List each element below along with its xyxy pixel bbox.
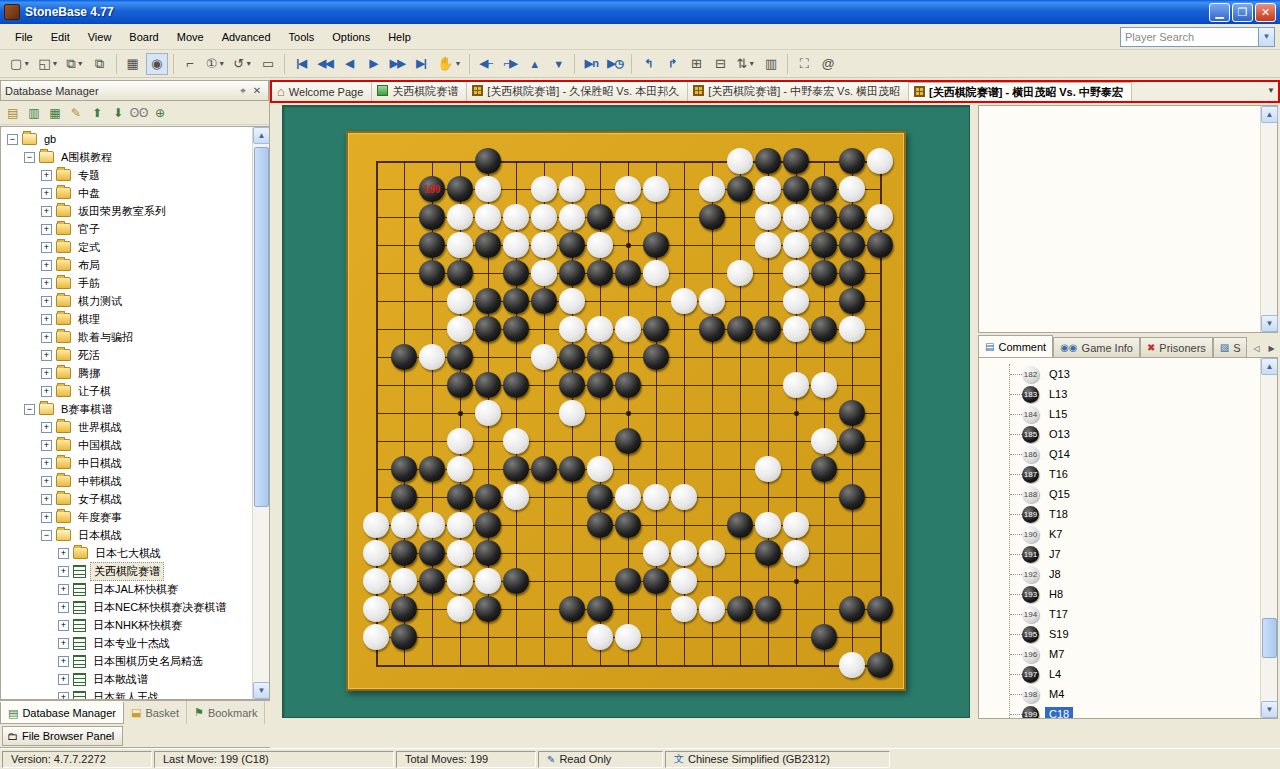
- white-stone-B6[interactable]: [391, 512, 417, 538]
- move-coordinate[interactable]: S19: [1045, 627, 1073, 641]
- white-stone-G17[interactable]: [531, 204, 557, 230]
- white-stone-P8[interactable]: [755, 456, 781, 482]
- move-list-item[interactable]: 197L4: [1010, 664, 1074, 684]
- tree-scrollbar[interactable]: ▲ ▼: [252, 127, 269, 699]
- black-stone-O3[interactable]: [727, 596, 753, 622]
- export-button[interactable]: ⬇: [108, 103, 128, 123]
- white-stone-E18[interactable]: [475, 176, 501, 202]
- black-stone-J15[interactable]: [587, 260, 613, 286]
- white-stone-Q14[interactable]: [783, 288, 809, 314]
- search-button[interactable]: ʘʘ: [129, 103, 149, 123]
- move-list-item[interactable]: 187T16: [1010, 464, 1074, 484]
- black-stone-N17[interactable]: [699, 204, 725, 230]
- black-stone-H12[interactable]: [559, 344, 585, 370]
- black-stone-O13[interactable]: [727, 316, 753, 342]
- white-stone-D13[interactable]: [447, 316, 473, 342]
- black-stone-T3[interactable]: [867, 596, 893, 622]
- expand-icon[interactable]: +: [41, 494, 52, 505]
- black-stone-D18[interactable]: [447, 176, 473, 202]
- move-list-item[interactable]: 196M7: [1010, 644, 1074, 664]
- sort-button[interactable]: ⇅▼: [733, 53, 758, 75]
- right-tab-prisoners[interactable]: ✖Prisoners: [1140, 337, 1213, 357]
- white-stone-Q6[interactable]: [783, 512, 809, 538]
- expand-icon[interactable]: +: [58, 692, 69, 701]
- tree-item[interactable]: +定式: [1, 238, 269, 256]
- tree-item[interactable]: +年度赛事: [1, 508, 269, 526]
- white-stone-D17[interactable]: [447, 204, 473, 230]
- white-stone-M3[interactable]: [671, 596, 697, 622]
- black-stone-E13[interactable]: [475, 316, 501, 342]
- white-stone-S18[interactable]: [839, 176, 865, 202]
- down-variation-button[interactable]: ▼: [547, 53, 569, 75]
- expand-icon[interactable]: +: [41, 512, 52, 523]
- first-move-button[interactable]: |◀: [290, 53, 312, 75]
- black-stone-C15[interactable]: [419, 260, 445, 286]
- menu-move[interactable]: Move: [168, 27, 213, 47]
- movelist-scrollbar[interactable]: ▲ ▼: [1260, 358, 1277, 718]
- scroll-down-icon[interactable]: ▼: [253, 682, 270, 699]
- copy-board-button[interactable]: ⧉: [89, 53, 111, 75]
- document-tab-2[interactable]: 关西棋院赛谱: [372, 82, 467, 101]
- tree-item[interactable]: +日本JAL杯快棋赛: [1, 580, 269, 598]
- tree-item-label[interactable]: 手筋: [75, 275, 103, 292]
- tree-item[interactable]: +日本新人王战: [1, 688, 269, 700]
- tree-item-label[interactable]: 日本七大棋战: [92, 545, 164, 562]
- white-stone-L15[interactable]: [643, 260, 669, 286]
- black-stone-L4[interactable]: [643, 568, 669, 594]
- tree-item[interactable]: +中日棋战: [1, 454, 269, 472]
- white-stone-K13[interactable]: [615, 316, 641, 342]
- black-stone-K6[interactable]: [615, 512, 641, 538]
- white-stone-Q17[interactable]: [783, 204, 809, 230]
- scroll-tabs-left-icon[interactable]: ◁: [1250, 341, 1263, 357]
- tree-item[interactable]: +专题: [1, 166, 269, 184]
- black-stone-E7[interactable]: [475, 484, 501, 510]
- open-file-button[interactable]: ◱▼: [35, 53, 61, 75]
- black-stone-L13[interactable]: [643, 316, 669, 342]
- menu-advanced[interactable]: Advanced: [213, 27, 280, 47]
- expand-icon[interactable]: +: [41, 476, 52, 487]
- tree-item-label[interactable]: 腾挪: [75, 365, 103, 382]
- black-stone-S17[interactable]: [839, 204, 865, 230]
- menu-options[interactable]: Options: [323, 27, 379, 47]
- tree-item-label[interactable]: B赛事棋谱: [58, 401, 115, 418]
- chevron-down-icon[interactable]: ▼: [1258, 28, 1274, 46]
- crop-frame-button[interactable]: ▭: [257, 53, 279, 75]
- expand-icon[interactable]: +: [41, 188, 52, 199]
- black-stone-S7[interactable]: [839, 484, 865, 510]
- tree-item-label[interactable]: 关西棋院赛谱: [90, 562, 164, 581]
- white-stone-J16[interactable]: [587, 232, 613, 258]
- snapshot-button[interactable]: ⛶: [793, 53, 815, 75]
- expand-icon[interactable]: +: [41, 224, 52, 235]
- black-stone-J12[interactable]: [587, 344, 613, 370]
- black-stone-H16[interactable]: [559, 232, 585, 258]
- tree-layout-button[interactable]: ⊟: [709, 53, 731, 75]
- tree-item-label[interactable]: 坂田荣男教室系列: [75, 203, 169, 220]
- tree-item[interactable]: +欺着与骗招: [1, 328, 269, 346]
- black-stone-B7[interactable]: [391, 484, 417, 510]
- expand-icon[interactable]: +: [58, 638, 69, 649]
- white-stone-A5[interactable]: [363, 540, 389, 566]
- tree-item[interactable]: −B赛事棋谱: [1, 400, 269, 418]
- tree-item[interactable]: +日本散战谱: [1, 670, 269, 688]
- white-stone-K17[interactable]: [615, 204, 641, 230]
- black-stone-G8[interactable]: [531, 456, 557, 482]
- tree-item[interactable]: +日本NHK杯快棋赛: [1, 616, 269, 634]
- document-tab-4[interactable]: [关西棋院赛谱] - 中野泰宏 Vs. 横田茂昭: [688, 82, 909, 101]
- tree-item-label[interactable]: 欺着与骗招: [75, 329, 136, 346]
- black-stone-G14[interactable]: [531, 288, 557, 314]
- move-list-item[interactable]: 192J8: [1010, 564, 1074, 584]
- minimize-button[interactable]: ▁: [1209, 3, 1230, 22]
- white-stone-D6[interactable]: [447, 512, 473, 538]
- white-stone-M7[interactable]: [671, 484, 697, 510]
- move-coordinate[interactable]: L4: [1045, 667, 1065, 681]
- move-coordinate[interactable]: J7: [1045, 547, 1065, 561]
- prev-branch-button[interactable]: ◀⌐: [475, 53, 497, 75]
- tree-item-label[interactable]: 让子棋: [75, 383, 114, 400]
- white-stone-Q16[interactable]: [783, 232, 809, 258]
- black-stone-R8[interactable]: [811, 456, 837, 482]
- expand-icon[interactable]: +: [58, 620, 69, 631]
- black-stone-J7[interactable]: [587, 484, 613, 510]
- white-stone-R9[interactable]: [811, 428, 837, 454]
- white-stone-F16[interactable]: [503, 232, 529, 258]
- black-stone-J6[interactable]: [587, 512, 613, 538]
- next-branch-button[interactable]: ⌐▶: [499, 53, 521, 75]
- expand-icon[interactable]: +: [41, 314, 52, 325]
- scroll-up-icon[interactable]: ▲: [1261, 358, 1278, 375]
- expand-icon[interactable]: +: [41, 332, 52, 343]
- move-list-item[interactable]: 194T17: [1010, 604, 1074, 624]
- white-stone-C12[interactable]: [419, 344, 445, 370]
- pin-icon[interactable]: ⌖: [236, 85, 250, 97]
- white-stone-E17[interactable]: [475, 204, 501, 230]
- tree-item-label[interactable]: 日本散战谱: [90, 671, 151, 688]
- expand-icon[interactable]: +: [58, 674, 69, 685]
- move-list-item[interactable]: 182Q13: [1010, 364, 1074, 384]
- white-stone-M14[interactable]: [671, 288, 697, 314]
- tree-item[interactable]: +日本七大棋战: [1, 544, 269, 562]
- collapse-icon[interactable]: −: [41, 530, 52, 541]
- tree-item-label[interactable]: 日本专业十杰战: [90, 635, 173, 652]
- black-stone-L12[interactable]: [643, 344, 669, 370]
- move-coordinate[interactable]: Q13: [1045, 367, 1074, 381]
- black-stone-Q18[interactable]: [783, 176, 809, 202]
- tree-item[interactable]: +日本专业十杰战: [1, 634, 269, 652]
- tree-item[interactable]: +死活: [1, 346, 269, 364]
- tree-item[interactable]: +棋力测试: [1, 292, 269, 310]
- tree-item[interactable]: +布局: [1, 256, 269, 274]
- move-list-item[interactable]: 183L13: [1010, 384, 1074, 404]
- white-stone-N18[interactable]: [699, 176, 725, 202]
- white-stone-N14[interactable]: [699, 288, 725, 314]
- new-db-button[interactable]: ▤: [3, 103, 23, 123]
- black-stone-F15[interactable]: [503, 260, 529, 286]
- white-stone-G15[interactable]: [531, 260, 557, 286]
- white-stone-D8[interactable]: [447, 456, 473, 482]
- comment-area[interactable]: ▲ ▼: [978, 105, 1278, 333]
- menu-file[interactable]: File: [6, 27, 42, 47]
- white-stone-G12[interactable]: [531, 344, 557, 370]
- black-stone-F8[interactable]: [503, 456, 529, 482]
- tree-item[interactable]: +让子棋: [1, 382, 269, 400]
- back-10-button[interactable]: ◀◀: [314, 53, 336, 75]
- black-stone-K4[interactable]: [615, 568, 641, 594]
- white-stone-M4[interactable]: [671, 568, 697, 594]
- move-coordinate[interactable]: Q15: [1045, 487, 1074, 501]
- tree-item[interactable]: −日本棋战: [1, 526, 269, 544]
- white-stone-P18[interactable]: [755, 176, 781, 202]
- white-stone-P17[interactable]: [755, 204, 781, 230]
- move-coordinate[interactable]: T17: [1045, 607, 1072, 621]
- tree-item-label[interactable]: A围棋教程: [58, 149, 115, 166]
- white-stone-T17[interactable]: [867, 204, 893, 230]
- black-stone-T1[interactable]: [867, 652, 893, 678]
- expand-icon[interactable]: +: [41, 206, 52, 217]
- move-numbers-button[interactable]: ◉: [146, 53, 168, 75]
- white-stone-K2[interactable]: [615, 624, 641, 650]
- white-stone-A4[interactable]: [363, 568, 389, 594]
- white-stone-E4[interactable]: [475, 568, 501, 594]
- move-coordinate[interactable]: Q14: [1045, 447, 1074, 461]
- menu-edit[interactable]: Edit: [42, 27, 79, 47]
- expand-icon[interactable]: +: [41, 350, 52, 361]
- tree-item-label[interactable]: 中日棋战: [75, 455, 125, 472]
- white-stone-S1[interactable]: [839, 652, 865, 678]
- white-stone-R11[interactable]: [811, 372, 837, 398]
- add-game-button[interactable]: ▦: [45, 103, 65, 123]
- go-board[interactable]: 199: [346, 131, 906, 691]
- black-stone-E3[interactable]: [475, 596, 501, 622]
- expand-icon[interactable]: +: [41, 368, 52, 379]
- black-stone-C16[interactable]: [419, 232, 445, 258]
- expand-icon[interactable]: +: [41, 242, 52, 253]
- black-stone-C17[interactable]: [419, 204, 445, 230]
- tree-item[interactable]: +棋理: [1, 310, 269, 328]
- move-list-item[interactable]: 191J7: [1010, 544, 1074, 564]
- tree-item-label[interactable]: 中国棋战: [75, 437, 125, 454]
- tree-item-label[interactable]: 年度赛事: [75, 509, 125, 526]
- number-display-button[interactable]: ①▼: [203, 53, 229, 75]
- black-stone-E19[interactable]: [475, 148, 501, 174]
- white-stone-O19[interactable]: [727, 148, 753, 174]
- white-stone-C6[interactable]: [419, 512, 445, 538]
- black-stone-H11[interactable]: [559, 372, 585, 398]
- black-stone-O18[interactable]: [727, 176, 753, 202]
- tree-item-label[interactable]: 中韩棋战: [75, 473, 125, 490]
- play-n-button[interactable]: ▶n: [580, 53, 602, 75]
- collapse-icon[interactable]: −: [24, 404, 35, 415]
- expand-icon[interactable]: +: [41, 170, 52, 181]
- white-stone-H10[interactable]: [559, 400, 585, 426]
- forward-1-button[interactable]: ▶: [362, 53, 384, 75]
- white-stone-L5[interactable]: [643, 540, 669, 566]
- white-stone-J8[interactable]: [587, 456, 613, 482]
- black-stone-D12[interactable]: [447, 344, 473, 370]
- help-about-button[interactable]: @: [817, 53, 839, 75]
- black-stone-L16[interactable]: [643, 232, 669, 258]
- auto-play-button[interactable]: ✋▼: [434, 53, 464, 75]
- back-1-button[interactable]: ◀: [338, 53, 360, 75]
- black-stone-N13[interactable]: [699, 316, 725, 342]
- tree-item-label[interactable]: 中盘: [75, 185, 103, 202]
- tree-item[interactable]: +关西棋院赛谱: [1, 562, 269, 580]
- black-stone-D15[interactable]: [447, 260, 473, 286]
- expand-icon[interactable]: +: [41, 422, 52, 433]
- white-stone-D5[interactable]: [447, 540, 473, 566]
- collapse-icon[interactable]: −: [7, 134, 18, 145]
- tree-view-button[interactable]: ⊞: [685, 53, 707, 75]
- forward-10-button[interactable]: ▶▶: [386, 53, 408, 75]
- black-stone-R18[interactable]: [811, 176, 837, 202]
- document-tab-3[interactable]: [关西棋院赛谱] - 久保胜昭 Vs. 本田邦久: [467, 82, 688, 101]
- white-stone-G16[interactable]: [531, 232, 557, 258]
- black-stone-E16[interactable]: [475, 232, 501, 258]
- tree-item-label[interactable]: 日本棋战: [75, 527, 125, 544]
- restore-button[interactable]: ❐: [1232, 3, 1253, 22]
- black-stone-R16[interactable]: [811, 232, 837, 258]
- move-coordinate[interactable]: K7: [1045, 527, 1066, 541]
- collapse-icon[interactable]: −: [24, 152, 35, 163]
- black-stone-S3[interactable]: [839, 596, 865, 622]
- ruler-button[interactable]: ⌐: [179, 53, 201, 75]
- tree-item[interactable]: +中国棋战: [1, 436, 269, 454]
- black-stone-F11[interactable]: [503, 372, 529, 398]
- white-stone-D9[interactable]: [447, 428, 473, 454]
- scroll-down-icon[interactable]: ▼: [1261, 701, 1278, 718]
- expand-icon[interactable]: +: [58, 584, 69, 595]
- white-stone-S13[interactable]: [839, 316, 865, 342]
- white-stone-Q5[interactable]: [783, 540, 809, 566]
- black-stone-R15[interactable]: [811, 260, 837, 286]
- white-stone-L7[interactable]: [643, 484, 669, 510]
- import-button[interactable]: ⬆: [87, 103, 107, 123]
- tree-item-label[interactable]: 布局: [75, 257, 103, 274]
- black-stone-P5[interactable]: [755, 540, 781, 566]
- tree-item[interactable]: +世界棋战: [1, 418, 269, 436]
- black-stone-E6[interactable]: [475, 512, 501, 538]
- white-stone-L18[interactable]: [643, 176, 669, 202]
- up-variation-button[interactable]: ▲: [523, 53, 545, 75]
- white-stone-Q11[interactable]: [783, 372, 809, 398]
- black-stone-J17[interactable]: [587, 204, 613, 230]
- black-stone-B12[interactable]: [391, 344, 417, 370]
- black-stone-R17[interactable]: [811, 204, 837, 230]
- close-button[interactable]: ✕: [1255, 3, 1276, 22]
- tree-item[interactable]: +中盘: [1, 184, 269, 202]
- add-folder-button[interactable]: ▥: [24, 103, 44, 123]
- expand-icon[interactable]: +: [58, 602, 69, 613]
- tree-item[interactable]: −A围棋教程: [1, 148, 269, 166]
- rotate-button[interactable]: ↺▼: [230, 53, 255, 75]
- black-stone-B5[interactable]: [391, 540, 417, 566]
- file-browser-panel-button[interactable]: 🗀 File Browser Panel: [2, 726, 123, 746]
- black-stone-J11[interactable]: [587, 372, 613, 398]
- scroll-down-icon[interactable]: ▼: [1261, 315, 1278, 332]
- tree-item[interactable]: +日本NEC杯快棋赛决赛棋谱: [1, 598, 269, 616]
- white-stone-N5[interactable]: [699, 540, 725, 566]
- comment-scrollbar[interactable]: ▲ ▼: [1260, 106, 1277, 332]
- menu-board[interactable]: Board: [120, 27, 167, 47]
- tree-item-label[interactable]: 日本NEC杯快棋赛决赛棋谱: [90, 599, 229, 616]
- scroll-tabs-right-icon[interactable]: ▶: [1265, 341, 1278, 357]
- scroll-up-icon[interactable]: ▲: [1261, 106, 1278, 123]
- expand-icon[interactable]: +: [41, 458, 52, 469]
- tree-item-label[interactable]: 棋理: [75, 311, 103, 328]
- black-stone-R13[interactable]: [811, 316, 837, 342]
- black-stone-C4[interactable]: [419, 568, 445, 594]
- black-stone-H15[interactable]: [559, 260, 585, 286]
- black-stone-Q19[interactable]: [783, 148, 809, 174]
- move-coordinate[interactable]: H8: [1045, 587, 1067, 601]
- player-search-combobox[interactable]: Player Search ▼: [1120, 27, 1275, 47]
- bottom-tab-basket[interactable]: ⬓Basket: [124, 701, 187, 724]
- expand-icon[interactable]: +: [58, 656, 69, 667]
- white-stone-N3[interactable]: [699, 596, 725, 622]
- black-stone-S15[interactable]: [839, 260, 865, 286]
- tree-item-label[interactable]: 日本围棋历史名局精选: [90, 653, 206, 670]
- document-tab-1[interactable]: ⌂Welcome Page: [272, 82, 372, 101]
- tree-item-label[interactable]: 定式: [75, 239, 103, 256]
- tree-item-label[interactable]: 专题: [75, 167, 103, 184]
- tree-item-label[interactable]: 日本新人王战: [90, 689, 162, 701]
- scroll-up-icon[interactable]: ▲: [253, 127, 270, 144]
- stats-button[interactable]: ▥: [760, 53, 782, 75]
- black-stone-S14[interactable]: [839, 288, 865, 314]
- prev-game-button[interactable]: ↰: [637, 53, 659, 75]
- move-list-item[interactable]: 185O13: [1010, 424, 1074, 444]
- scroll-thumb[interactable]: [1262, 618, 1277, 658]
- black-stone-J3[interactable]: [587, 596, 613, 622]
- move-coordinate[interactable]: O13: [1045, 427, 1074, 441]
- black-stone-K15[interactable]: [615, 260, 641, 286]
- move-coordinate[interactable]: T18: [1045, 507, 1072, 521]
- scroll-thumb[interactable]: [254, 147, 269, 507]
- black-stone-S16[interactable]: [839, 232, 865, 258]
- white-stone-H14[interactable]: [559, 288, 585, 314]
- move-list-item[interactable]: 198M4: [1010, 684, 1074, 704]
- white-stone-D3[interactable]: [447, 596, 473, 622]
- black-stone-H8[interactable]: [559, 456, 585, 482]
- black-stone-B8[interactable]: [391, 456, 417, 482]
- white-stone-K18[interactable]: [615, 176, 641, 202]
- tree-item[interactable]: +中韩棋战: [1, 472, 269, 490]
- black-stone-R2[interactable]: [811, 624, 837, 650]
- white-stone-B4[interactable]: [391, 568, 417, 594]
- close-icon[interactable]: ✕: [250, 85, 264, 96]
- bottom-tab-database-manager[interactable]: ▤Database Manager: [0, 701, 124, 724]
- white-stone-O15[interactable]: [727, 260, 753, 286]
- black-stone-P3[interactable]: [755, 596, 781, 622]
- black-stone-F4[interactable]: [503, 568, 529, 594]
- save-collection-button[interactable]: ⧉▼: [63, 53, 86, 75]
- white-stone-P6[interactable]: [755, 512, 781, 538]
- white-stone-A2[interactable]: [363, 624, 389, 650]
- board-view-button[interactable]: ▦: [122, 53, 144, 75]
- white-stone-D4[interactable]: [447, 568, 473, 594]
- white-stone-Q13[interactable]: [783, 316, 809, 342]
- black-stone-E5[interactable]: [475, 540, 501, 566]
- black-stone-F13[interactable]: [503, 316, 529, 342]
- white-stone-G18[interactable]: [531, 176, 557, 202]
- move-list-item[interactable]: 186Q14: [1010, 444, 1074, 464]
- tree-item[interactable]: +手筋: [1, 274, 269, 292]
- expand-icon[interactable]: +: [41, 260, 52, 271]
- tree-item[interactable]: +女子棋战: [1, 490, 269, 508]
- tree-item-label[interactable]: 官子: [75, 221, 103, 238]
